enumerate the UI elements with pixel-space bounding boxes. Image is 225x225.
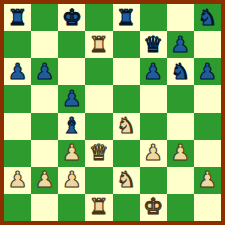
white-pawn-icon[interactable]: ♟ — [8, 169, 28, 191]
square-b7[interactable] — [31, 31, 58, 58]
white-pawn-icon[interactable]: ♟ — [35, 169, 55, 191]
square-b3[interactable] — [31, 140, 58, 167]
square-b1[interactable] — [31, 194, 58, 221]
white-pawn-icon[interactable]: ♟ — [62, 142, 82, 164]
square-h4[interactable] — [194, 113, 221, 140]
square-g1[interactable] — [167, 194, 194, 221]
white-rook-icon[interactable]: ♜ — [89, 196, 109, 218]
square-h7[interactable] — [194, 31, 221, 58]
square-f8[interactable] — [140, 4, 167, 31]
white-knight-icon[interactable]: ♞ — [116, 115, 136, 137]
black-rook-icon[interactable]: ♜ — [8, 7, 28, 29]
square-e4[interactable]: ♞ — [113, 113, 140, 140]
chess-diagram: ♜♚♜♞♜♛♟♟♟♟♞♟♟♝♞♟♛♟♟♟♟♟♞♟♜♚ — [0, 0, 225, 225]
square-d2[interactable] — [85, 167, 112, 194]
white-pawn-icon[interactable]: ♟ — [170, 142, 190, 164]
square-h8[interactable]: ♞ — [194, 4, 221, 31]
black-pawn-icon[interactable]: ♟ — [198, 61, 218, 83]
square-a6[interactable]: ♟ — [4, 58, 31, 85]
square-c7[interactable] — [58, 31, 85, 58]
square-f1[interactable]: ♚ — [140, 194, 167, 221]
square-g8[interactable] — [167, 4, 194, 31]
square-h6[interactable]: ♟ — [194, 58, 221, 85]
white-pawn-icon[interactable]: ♟ — [62, 169, 82, 191]
black-bishop-icon[interactable]: ♝ — [62, 115, 82, 137]
square-a3[interactable] — [4, 140, 31, 167]
square-d7[interactable]: ♜ — [85, 31, 112, 58]
white-queen-icon[interactable]: ♛ — [89, 142, 109, 164]
square-e3[interactable] — [113, 140, 140, 167]
square-c2[interactable]: ♟ — [58, 167, 85, 194]
square-h3[interactable] — [194, 140, 221, 167]
white-rook-icon[interactable]: ♜ — [89, 34, 109, 56]
square-d1[interactable]: ♜ — [85, 194, 112, 221]
square-a1[interactable] — [4, 194, 31, 221]
square-d4[interactable] — [85, 113, 112, 140]
square-f3[interactable]: ♟ — [140, 140, 167, 167]
black-queen-icon[interactable]: ♛ — [143, 34, 163, 56]
black-knight-icon[interactable]: ♞ — [170, 61, 190, 83]
square-g6[interactable]: ♞ — [167, 58, 194, 85]
square-c4[interactable]: ♝ — [58, 113, 85, 140]
square-h2[interactable]: ♟ — [194, 167, 221, 194]
square-e6[interactable] — [113, 58, 140, 85]
square-c1[interactable] — [58, 194, 85, 221]
square-a5[interactable] — [4, 85, 31, 112]
square-a2[interactable]: ♟ — [4, 167, 31, 194]
square-b4[interactable] — [31, 113, 58, 140]
square-b6[interactable]: ♟ — [31, 58, 58, 85]
square-f2[interactable] — [140, 167, 167, 194]
black-pawn-icon[interactable]: ♟ — [8, 61, 28, 83]
square-d3[interactable]: ♛ — [85, 140, 112, 167]
square-g4[interactable] — [167, 113, 194, 140]
square-a8[interactable]: ♜ — [4, 4, 31, 31]
square-e2[interactable]: ♞ — [113, 167, 140, 194]
square-f6[interactable]: ♟ — [140, 58, 167, 85]
square-f4[interactable] — [140, 113, 167, 140]
chess-board: ♜♚♜♞♜♛♟♟♟♟♞♟♟♝♞♟♛♟♟♟♟♟♞♟♜♚ — [4, 4, 221, 221]
black-knight-icon[interactable]: ♞ — [198, 7, 218, 29]
square-c6[interactable] — [58, 58, 85, 85]
white-pawn-icon[interactable]: ♟ — [143, 142, 163, 164]
black-pawn-icon[interactable]: ♟ — [35, 61, 55, 83]
square-b2[interactable]: ♟ — [31, 167, 58, 194]
square-a7[interactable] — [4, 31, 31, 58]
black-rook-icon[interactable]: ♜ — [116, 7, 136, 29]
square-h1[interactable] — [194, 194, 221, 221]
square-c8[interactable]: ♚ — [58, 4, 85, 31]
square-f7[interactable]: ♛ — [140, 31, 167, 58]
square-g3[interactable]: ♟ — [167, 140, 194, 167]
square-a4[interactable] — [4, 113, 31, 140]
square-b5[interactable] — [31, 85, 58, 112]
square-e5[interactable] — [113, 85, 140, 112]
black-king-icon[interactable]: ♚ — [62, 7, 82, 29]
square-g2[interactable] — [167, 167, 194, 194]
square-h5[interactable] — [194, 85, 221, 112]
square-g7[interactable]: ♟ — [167, 31, 194, 58]
square-g5[interactable] — [167, 85, 194, 112]
black-pawn-icon[interactable]: ♟ — [62, 88, 82, 110]
square-d8[interactable] — [85, 4, 112, 31]
square-e1[interactable] — [113, 194, 140, 221]
square-f5[interactable] — [140, 85, 167, 112]
square-d5[interactable] — [85, 85, 112, 112]
white-king-icon[interactable]: ♚ — [143, 196, 163, 218]
white-pawn-icon[interactable]: ♟ — [198, 169, 218, 191]
black-pawn-icon[interactable]: ♟ — [170, 34, 190, 56]
square-c3[interactable]: ♟ — [58, 140, 85, 167]
square-c5[interactable]: ♟ — [58, 85, 85, 112]
square-d6[interactable] — [85, 58, 112, 85]
square-b8[interactable] — [31, 4, 58, 31]
black-pawn-icon[interactable]: ♟ — [143, 61, 163, 83]
white-knight-icon[interactable]: ♞ — [116, 169, 136, 191]
square-e7[interactable] — [113, 31, 140, 58]
square-e8[interactable]: ♜ — [113, 4, 140, 31]
